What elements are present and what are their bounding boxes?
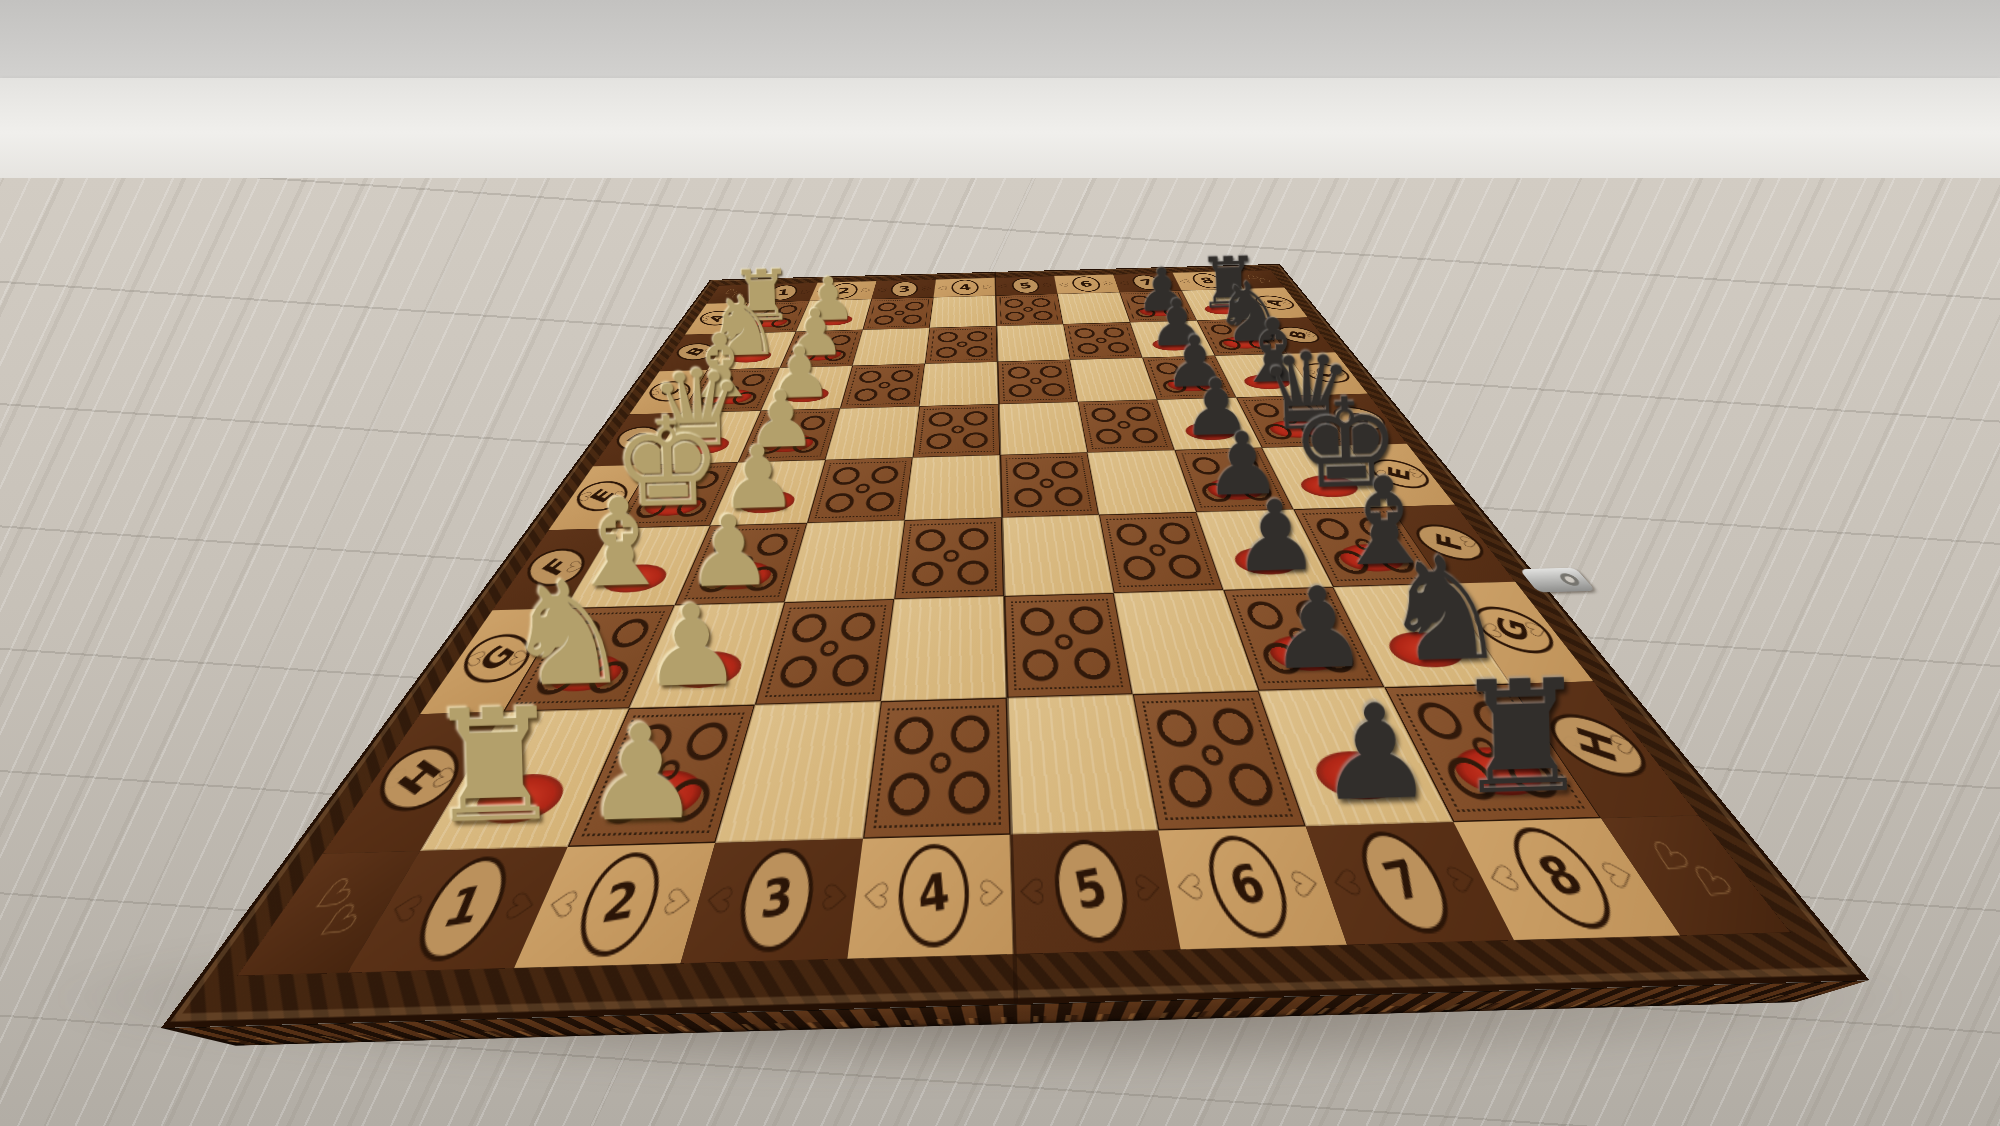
heart-ornament-icon: ♡ bbox=[874, 287, 889, 292]
coord-label: 4 bbox=[950, 279, 981, 297]
heart-ornament-icon: ♡ bbox=[975, 875, 1011, 908]
heart-ornament-icon: ♡ bbox=[1322, 866, 1369, 898]
square-h3 bbox=[715, 701, 881, 843]
coord-cell-near-5: ♡5♡ bbox=[1011, 831, 1181, 955]
heart-ornament-icon: ♡ bbox=[1041, 282, 1055, 287]
square-a3 bbox=[863, 297, 934, 330]
square-g4 bbox=[881, 596, 1007, 701]
heart-ornament-icon: ♡♡ bbox=[303, 867, 366, 956]
square-f5 bbox=[1002, 515, 1114, 596]
square-d4 bbox=[913, 404, 1000, 457]
coord-label: 4 bbox=[897, 839, 974, 955]
heart-ornament-icon: ♡ bbox=[1438, 862, 1488, 894]
coord-cell-far-6: ♡6♡ bbox=[1054, 274, 1119, 293]
heart-ornament-icon: ♡ bbox=[1168, 870, 1210, 903]
piece-white-pawn: ♟ bbox=[567, 706, 717, 841]
heart-ornament-icon: ♡ bbox=[816, 880, 856, 913]
square-b5 bbox=[996, 324, 1070, 362]
square-a6 bbox=[1058, 292, 1131, 324]
square-e3 bbox=[807, 457, 912, 523]
coord-cell-far-3: ♡3♡ bbox=[872, 279, 936, 299]
coord-label: 7 bbox=[1346, 826, 1467, 940]
coord-label: 6 bbox=[1196, 830, 1302, 945]
square-b4 bbox=[925, 326, 998, 364]
heart-ornament-icon: ♡ bbox=[1014, 874, 1050, 907]
square-a4 bbox=[930, 296, 997, 328]
square-c4 bbox=[919, 362, 998, 407]
square-e5 bbox=[1000, 453, 1099, 518]
square-h5 bbox=[1007, 694, 1158, 834]
photo-of-chess-set: ♡♡♡1♡♡2♡♡3♡♡4♡♡5♡♡6♡♡7♡♡8♡♡♡♡A♡♜♟♟♜♡A♡♡B… bbox=[0, 0, 2000, 1126]
piece-black-pawn: ♟ bbox=[1254, 571, 1382, 686]
heart-ornament-icon: ♡ bbox=[920, 286, 934, 291]
coord-label: 5 bbox=[1047, 834, 1139, 949]
heart-ornament-icon: ♡ bbox=[996, 284, 1010, 289]
piece-black-rook: ♜ bbox=[1446, 658, 1597, 817]
heart-ornament-icon: ♡ bbox=[378, 891, 432, 924]
square-a5 bbox=[996, 294, 1064, 326]
board-perspective: ♡♡♡1♡♡2♡♡3♡♡4♡♡5♡♡6♡♡7♡♡8♡♡♡♡A♡♜♟♟♜♡A♡♡B… bbox=[561, 16, 1439, 894]
square-e4 bbox=[904, 455, 1001, 520]
heart-ornament-icon: ♡ bbox=[935, 285, 949, 290]
heart-ornament-icon: ♡ bbox=[855, 878, 894, 911]
square-f4 bbox=[894, 518, 1004, 600]
coord-label: 5 bbox=[1009, 277, 1042, 295]
heart-ornament-icon: ♡ bbox=[696, 883, 740, 916]
square-b6 bbox=[1063, 322, 1142, 359]
square-c5 bbox=[997, 360, 1077, 404]
square-c3 bbox=[840, 364, 925, 409]
coord-label: 2 bbox=[568, 847, 667, 964]
piece-black-pawn: ♟ bbox=[1300, 686, 1450, 821]
coord-cell-near-4: ♡4♡ bbox=[847, 835, 1014, 959]
square-d5 bbox=[999, 402, 1088, 455]
coord-label: 6 bbox=[1069, 275, 1104, 292]
heart-ornament-icon: ♡♡ bbox=[1646, 831, 1735, 916]
coord-label: 3 bbox=[735, 843, 816, 959]
piece-white-rook: ♜ bbox=[419, 687, 570, 846]
coord-label: 1 bbox=[402, 851, 519, 968]
heart-ornament-icon: ♡ bbox=[981, 284, 995, 289]
square-d3 bbox=[825, 406, 919, 460]
square-g7: ♟ bbox=[1223, 587, 1384, 691]
heart-ornament-icon: ♡ bbox=[1518, 620, 1558, 638]
square-h4 bbox=[863, 698, 1011, 839]
heart-ornament-icon: ♡ bbox=[1101, 281, 1116, 286]
coord-cell-far-5: ♡5♡ bbox=[995, 276, 1057, 295]
heart-ornament-icon: ♡ bbox=[537, 887, 586, 920]
coord-cell-far-4: ♡4♡ bbox=[934, 278, 996, 298]
square-g5 bbox=[1004, 593, 1133, 698]
square-b3 bbox=[852, 328, 929, 366]
heart-ornament-icon: ♡ bbox=[1056, 282, 1070, 287]
coord-label: 3 bbox=[890, 280, 919, 298]
heart-ornament-icon: ♡ bbox=[1130, 871, 1170, 904]
piece-white-pawn: ♟ bbox=[628, 589, 756, 704]
